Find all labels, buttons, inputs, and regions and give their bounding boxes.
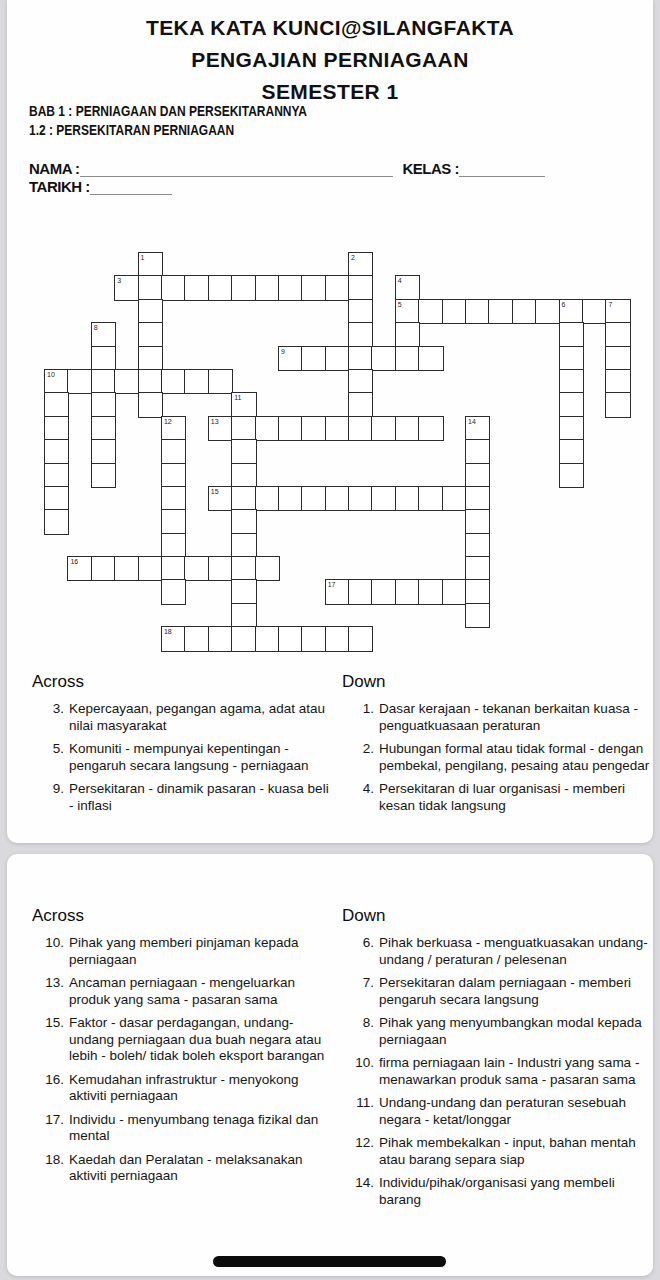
- grid-cell-r14c17[interactable]: [443, 580, 466, 603]
- clue-text: Undang-undang dan peraturan sesebuah neg…: [379, 1095, 650, 1128]
- grid-cell-r10c11[interactable]: [302, 487, 325, 510]
- grid-cell-r16c11[interactable]: [302, 627, 325, 650]
- grid-blank: [256, 510, 279, 533]
- grid-cell-r2c13[interactable]: [349, 300, 372, 323]
- grid-blank: [68, 253, 91, 276]
- grid-blank: [536, 464, 559, 487]
- grid-blank: [396, 464, 419, 487]
- grid-blank: [256, 300, 279, 323]
- grid-blank: [185, 580, 208, 603]
- grid-blank: [139, 534, 162, 557]
- grid-cell-r5c4[interactable]: [139, 370, 162, 393]
- down-clue-list: 6.Pihak berkuasa - menguatkuasakan undan…: [342, 935, 650, 1208]
- grid-blank: [68, 417, 91, 440]
- grid-cell-r3c2[interactable]: 8: [92, 323, 115, 346]
- grid-blank: [302, 440, 325, 463]
- grid-cell-r7c5[interactable]: 12: [162, 417, 185, 440]
- grid-cell-r2c4[interactable]: [139, 300, 162, 323]
- grid-blank: [279, 510, 302, 533]
- phone-screen: { "game": "crossword", "doc": { "title_l…: [0, 0, 660, 1280]
- grid-blank: [419, 464, 442, 487]
- grid-blank: [326, 323, 349, 346]
- grid-cell-r5c3[interactable]: [115, 370, 138, 393]
- grid-cell-r16c13[interactable]: [349, 627, 372, 650]
- grid-cell-r2c18[interactable]: [466, 300, 489, 323]
- grid-blank: [419, 534, 442, 557]
- grid-cell-r3c15[interactable]: [396, 323, 419, 346]
- grid-cell-r9c8[interactable]: [232, 464, 255, 487]
- cell-number: 13: [211, 418, 219, 425]
- grid-blank: [92, 510, 115, 533]
- grid-cell-r4c15[interactable]: [396, 347, 419, 370]
- grid-cell-r7c7[interactable]: 13: [209, 417, 232, 440]
- grid-cell-r2c21[interactable]: [536, 300, 559, 323]
- title-line-2: PENGAJIAN PERNIAGAAN: [7, 44, 653, 76]
- grid-blank: [560, 557, 583, 580]
- grid-cell-r4c16[interactable]: [419, 347, 442, 370]
- grid-blank: [513, 627, 536, 650]
- grid-cell-r5c24[interactable]: [606, 370, 629, 393]
- clue-item-3: 3.Kepercayaan, pegangan agama, adat atau…: [32, 701, 332, 734]
- grid-blank: [419, 370, 442, 393]
- grid-blank: [326, 464, 349, 487]
- grid-blank: [419, 440, 442, 463]
- grid-cell-r4c4[interactable]: [139, 347, 162, 370]
- grid-cell-r4c12[interactable]: [326, 347, 349, 370]
- grid-blank: [583, 417, 606, 440]
- grid-cell-r1c7[interactable]: [209, 276, 232, 299]
- grid-cell-r16c9[interactable]: [256, 627, 279, 650]
- grid-blank: [68, 323, 91, 346]
- grid-blank: [256, 323, 279, 346]
- grid-blank: [536, 323, 559, 346]
- grid-cell-r1c11[interactable]: [302, 276, 325, 299]
- grid-cell-r3c4[interactable]: [139, 323, 162, 346]
- grid-cell-r4c24[interactable]: [606, 347, 629, 370]
- grid-cell-r10c18[interactable]: [466, 487, 489, 510]
- grid-cell-r4c2[interactable]: [92, 347, 115, 370]
- grid-cell-r13c5[interactable]: [162, 557, 185, 580]
- grid-cell-r3c13[interactable]: [349, 323, 372, 346]
- grid-cell-r10c8[interactable]: [232, 487, 255, 510]
- across-clue-list: 3.Kepercayaan, pegangan agama, adat atau…: [32, 701, 332, 814]
- grid-cell-r16c8[interactable]: [232, 627, 255, 650]
- grid-blank: [279, 370, 302, 393]
- grid-cell-r10c12[interactable]: [326, 487, 349, 510]
- grid-cell-r10c13[interactable]: [349, 487, 372, 510]
- grid-cell-r8c8[interactable]: [232, 440, 255, 463]
- grid-cell-r10c5[interactable]: [162, 487, 185, 510]
- grid-blank: [326, 440, 349, 463]
- grid-blank: [560, 580, 583, 603]
- grid-blank: [302, 393, 325, 416]
- grid-cell-r6c22[interactable]: [560, 393, 583, 416]
- grid-cell-r13c8[interactable]: [232, 557, 255, 580]
- grid-blank: [68, 510, 91, 533]
- grid-cell-r1c8[interactable]: [232, 276, 255, 299]
- grid-blank: [583, 253, 606, 276]
- clue-text: Pihak berkuasa - menguatkuasakan undang-…: [379, 935, 650, 968]
- grid-blank: [419, 627, 442, 650]
- grid-cell-r16c6[interactable]: [185, 627, 208, 650]
- grid-blank: [583, 393, 606, 416]
- grid-cell-r2c17[interactable]: [443, 300, 466, 323]
- grid-cell-r14c18[interactable]: [466, 580, 489, 603]
- grid-cell-r2c22[interactable]: 6: [560, 300, 583, 323]
- grid-cell-r8c5[interactable]: [162, 440, 185, 463]
- grid-cell-r1c5[interactable]: [162, 276, 185, 299]
- down-clues-page2: Down 6.Pihak berkuasa - menguatkuasakan …: [342, 906, 650, 1215]
- clue-number: 5.: [32, 741, 69, 774]
- grid-cell-r10c10[interactable]: [279, 487, 302, 510]
- grid-blank: [92, 276, 115, 299]
- grid-blank: [489, 580, 512, 603]
- grid-blank: [68, 393, 91, 416]
- grid-cell-r14c14[interactable]: [372, 580, 395, 603]
- grid-cell-r7c11[interactable]: [302, 417, 325, 440]
- grid-blank: [302, 604, 325, 627]
- clue-text: Persekitaran - dinamik pasaran - kuasa b…: [69, 781, 332, 814]
- grid-cell-r13c3[interactable]: [115, 557, 138, 580]
- grid-blank: [279, 300, 302, 323]
- grid-cell-r13c6[interactable]: [185, 557, 208, 580]
- grid-blank: [536, 510, 559, 533]
- grid-cell-r13c4[interactable]: [139, 557, 162, 580]
- grid-cell-r3c22[interactable]: [560, 323, 583, 346]
- clue-item-14: 14.Individu/pihak/organisasi yang membel…: [342, 1175, 650, 1208]
- grid-cell-r8c18[interactable]: [466, 440, 489, 463]
- grid-cell-r13c18[interactable]: [466, 557, 489, 580]
- grid-cell-r3c24[interactable]: [606, 323, 629, 346]
- grid-blank: [209, 580, 232, 603]
- clue-item-11: 11.Undang-undang dan peraturan sesebuah …: [342, 1095, 650, 1128]
- grid-cell-r5c5[interactable]: [162, 370, 185, 393]
- grid-cell-r13c9[interactable]: [256, 557, 279, 580]
- grid-cell-r6c0[interactable]: [45, 393, 68, 416]
- grid-blank: [92, 534, 115, 557]
- grid-cell-r7c9[interactable]: [256, 417, 279, 440]
- grid-blank: [513, 534, 536, 557]
- gesture-nav-bar[interactable]: [213, 1256, 446, 1267]
- grid-blank: [279, 323, 302, 346]
- grid-blank: [68, 440, 91, 463]
- grid-cell-r4c22[interactable]: [560, 347, 583, 370]
- grid-cell-r7c15[interactable]: [396, 417, 419, 440]
- clue-number: 9.: [32, 781, 69, 814]
- grid-blank: [466, 276, 489, 299]
- grid-cell-r10c15[interactable]: [396, 487, 419, 510]
- grid-cell-r9c5[interactable]: [162, 464, 185, 487]
- clue-number: 18.: [32, 1152, 69, 1185]
- grid-cell-r10c9[interactable]: [256, 487, 279, 510]
- grid-cell-r12c18[interactable]: [466, 534, 489, 557]
- grid-blank: [256, 347, 279, 370]
- grid-blank: [443, 417, 466, 440]
- clue-text: Pihak membekalkan - input, bahan mentah …: [379, 1135, 650, 1168]
- grid-blank: [115, 440, 138, 463]
- grid-blank: [185, 347, 208, 370]
- clue-text: Hubungan formal atau tidak formal - deng…: [379, 741, 650, 774]
- cell-number: 1: [141, 254, 145, 261]
- grid-blank: [115, 510, 138, 533]
- grid-cell-r4c14[interactable]: [372, 347, 395, 370]
- grid-cell-r15c18[interactable]: [466, 604, 489, 627]
- grid-cell-r10c0[interactable]: [45, 487, 68, 510]
- grid-cell-r7c12[interactable]: [326, 417, 349, 440]
- grid-blank: [489, 604, 512, 627]
- grid-cell-r14c5[interactable]: [162, 580, 185, 603]
- grid-cell-r7c18[interactable]: 14: [466, 417, 489, 440]
- grid-cell-r2c19[interactable]: [489, 300, 512, 323]
- grid-cell-r7c16[interactable]: [419, 417, 442, 440]
- grid-cell-r16c12[interactable]: [326, 627, 349, 650]
- clue-text: Pihak yang menyumbangkan modal kepada pe…: [379, 1015, 650, 1048]
- grid-blank: [372, 370, 395, 393]
- grid-cell-r11c18[interactable]: [466, 510, 489, 533]
- grid-blank: [185, 534, 208, 557]
- clue-text: Persekitaran dalam perniagaan - memberi …: [379, 975, 650, 1008]
- grid-blank: [279, 534, 302, 557]
- clue-item-10: 10.firma perniagaan lain - Industri yang…: [342, 1055, 650, 1088]
- cell-number: 9: [281, 348, 285, 355]
- grid-blank: [513, 580, 536, 603]
- grid-blank: [372, 253, 395, 276]
- grid-cell-r5c7[interactable]: [209, 370, 232, 393]
- grid-blank: [279, 253, 302, 276]
- grid-blank: [372, 276, 395, 299]
- grid-blank: [536, 347, 559, 370]
- grid-cell-r5c2[interactable]: [92, 370, 115, 393]
- grid-cell-r4c11[interactable]: [302, 347, 325, 370]
- grid-blank: [232, 347, 255, 370]
- grid-blank: [606, 534, 629, 557]
- grid-cell-r5c22[interactable]: [560, 370, 583, 393]
- grid-blank: [45, 604, 68, 627]
- grid-blank: [443, 440, 466, 463]
- clue-text: Individu - menyumbang tenaga fizikal dan…: [69, 1112, 332, 1145]
- cell-number: 8: [94, 324, 98, 331]
- grid-cell-r11c5[interactable]: [162, 510, 185, 533]
- grid-cell-r2c15[interactable]: 5: [396, 300, 419, 323]
- grid-cell-r10c16[interactable]: [419, 487, 442, 510]
- grid-blank: [583, 487, 606, 510]
- grid-blank: [232, 323, 255, 346]
- grid-cell-r1c4[interactable]: [139, 276, 162, 299]
- grid-blank: [45, 557, 68, 580]
- grid-blank: [45, 276, 68, 299]
- grid-blank: [536, 440, 559, 463]
- grid-cell-r7c2[interactable]: [92, 417, 115, 440]
- grid-blank: [185, 300, 208, 323]
- grid-blank: [466, 253, 489, 276]
- grid-cell-r7c8[interactable]: [232, 417, 255, 440]
- grid-cell-r9c0[interactable]: [45, 464, 68, 487]
- grid-blank: [513, 557, 536, 580]
- grid-blank: [560, 253, 583, 276]
- cell-number: 16: [70, 558, 78, 565]
- grid-cell-r1c13[interactable]: [349, 276, 372, 299]
- grid-blank: [396, 370, 419, 393]
- grid-cell-r6c2[interactable]: [92, 393, 115, 416]
- grid-blank: [256, 534, 279, 557]
- grid-cell-r13c1[interactable]: 16: [68, 557, 91, 580]
- grid-blank: [185, 323, 208, 346]
- grid-cell-r9c2[interactable]: [92, 464, 115, 487]
- grid-blank: [139, 627, 162, 650]
- clue-item-1: 1.Dasar kerajaan - tekanan berkaitan kua…: [342, 701, 650, 734]
- grid-cell-r7c14[interactable]: [372, 417, 395, 440]
- grid-cell-r2c20[interactable]: [513, 300, 536, 323]
- grid-blank: [489, 253, 512, 276]
- grid-cell-r0c13[interactable]: 2: [349, 253, 372, 276]
- grid-blank: [139, 604, 162, 627]
- grid-cell-r2c23[interactable]: [583, 300, 606, 323]
- grid-cell-r1c10[interactable]: [279, 276, 302, 299]
- grid-blank: [162, 253, 185, 276]
- grid-cell-r16c7[interactable]: [209, 627, 232, 650]
- grid-cell-r10c7[interactable]: 15: [209, 487, 232, 510]
- grid-cell-r14c8[interactable]: [232, 580, 255, 603]
- grid-cell-r14c12[interactable]: 17: [326, 580, 349, 603]
- grid-cell-r14c16[interactable]: [419, 580, 442, 603]
- grid-cell-r16c5[interactable]: 18: [162, 627, 185, 650]
- cell-number: 6: [562, 301, 566, 308]
- grid-cell-r5c1[interactable]: [68, 370, 91, 393]
- clue-text: Ancaman perniagaan - mengeluarkan produk…: [69, 975, 332, 1008]
- grid-blank: [279, 557, 302, 580]
- grid-blank: [302, 300, 325, 323]
- grid-blank: [443, 604, 466, 627]
- grid-cell-r6c4[interactable]: [139, 393, 162, 416]
- grid-cell-r9c18[interactable]: [466, 464, 489, 487]
- title-block: TEKA KATA KUNCI@SILANGFAKTA PENGAJIAN PE…: [7, 12, 653, 108]
- grid-blank: [489, 323, 512, 346]
- grid-cell-r14c15[interactable]: [396, 580, 419, 603]
- grid-blank: [326, 300, 349, 323]
- grid-blank: [372, 464, 395, 487]
- grid-cell-r10c14[interactable]: [372, 487, 395, 510]
- grid-blank: [583, 347, 606, 370]
- grid-cell-r1c15[interactable]: 4: [396, 276, 419, 299]
- grid-blank: [92, 253, 115, 276]
- grid-blank: [68, 534, 91, 557]
- grid-blank: [68, 580, 91, 603]
- grid-cell-r16c10[interactable]: [279, 627, 302, 650]
- grid-blank: [489, 510, 512, 533]
- grid-blank: [489, 417, 512, 440]
- grid-cell-r1c3[interactable]: 3: [115, 276, 138, 299]
- grid-cell-r7c13[interactable]: [349, 417, 372, 440]
- grid-blank: [443, 534, 466, 557]
- grid-cell-r12c8[interactable]: [232, 534, 255, 557]
- grid-blank: [115, 393, 138, 416]
- grid-blank: [513, 347, 536, 370]
- clue-text: Komuniti - mempunyai kepentingan - penga…: [69, 741, 332, 774]
- grid-blank: [349, 464, 372, 487]
- grid-cell-r4c13[interactable]: [349, 347, 372, 370]
- cell-number: 10: [47, 371, 55, 378]
- grid-cell-r9c22[interactable]: [560, 464, 583, 487]
- grid-cell-r12c5[interactable]: [162, 534, 185, 557]
- grid-cell-r6c13[interactable]: [349, 393, 372, 416]
- cell-number: 11: [234, 394, 241, 401]
- grid-blank: [396, 604, 419, 627]
- grid-cell-r5c13[interactable]: [349, 370, 372, 393]
- grid-cell-r0c4[interactable]: 1: [139, 253, 162, 276]
- chapter-line-1: BAB 1 : PERNIAGAAN DAN PERSEKITARANNYA: [29, 102, 307, 121]
- grid-cell-r8c22[interactable]: [560, 440, 583, 463]
- across-clue-list: 10.Pihak yang memberi pinjaman kepada pe…: [32, 935, 332, 1185]
- grid-blank: [466, 323, 489, 346]
- grid-cell-r11c0[interactable]: [45, 510, 68, 533]
- clue-item-6: 6.Pihak berkuasa - menguatkuasakan undan…: [342, 935, 650, 968]
- grid-cell-r7c10[interactable]: [279, 417, 302, 440]
- grid-blank: [606, 580, 629, 603]
- grid-blank: [606, 464, 629, 487]
- grid-blank: [45, 347, 68, 370]
- date-row: TARIKH :: [29, 178, 172, 195]
- grid-blank: [419, 253, 442, 276]
- grid-cell-r1c9[interactable]: [256, 276, 279, 299]
- grid-blank: [560, 510, 583, 533]
- grid-blank: [139, 440, 162, 463]
- grid-cell-r4c10[interactable]: 9: [279, 347, 302, 370]
- kelas-blank-line: [459, 160, 545, 177]
- clue-number: 11.: [342, 1095, 379, 1128]
- grid-blank: [583, 510, 606, 533]
- grid-cell-r6c24[interactable]: [606, 393, 629, 416]
- grid-cell-r7c0[interactable]: [45, 417, 68, 440]
- grid-blank: [489, 276, 512, 299]
- grid-cell-r5c0[interactable]: 10: [45, 370, 68, 393]
- grid-blank: [396, 534, 419, 557]
- grid-blank: [536, 276, 559, 299]
- grid-cell-r2c16[interactable]: [419, 300, 442, 323]
- grid-cell-r14c13[interactable]: [349, 580, 372, 603]
- tarikh-blank-line: [90, 178, 172, 195]
- grid-blank: [536, 557, 559, 580]
- grid-blank: [443, 557, 466, 580]
- grid-blank: [583, 627, 606, 650]
- grid-cell-r8c0[interactable]: [45, 440, 68, 463]
- grid-cell-r2c24[interactable]: 7: [606, 300, 629, 323]
- grid-cell-r8c2[interactable]: [92, 440, 115, 463]
- grid-blank: [443, 276, 466, 299]
- grid-cell-r1c6[interactable]: [185, 276, 208, 299]
- grid-cell-r5c6[interactable]: [185, 370, 208, 393]
- grid-cell-r11c8[interactable]: [232, 510, 255, 533]
- grid-cell-r6c8[interactable]: 11: [232, 393, 255, 416]
- grid-blank: [536, 370, 559, 393]
- grid-cell-r13c7[interactable]: [209, 557, 232, 580]
- grid-cell-r15c8[interactable]: [232, 604, 255, 627]
- grid-blank: [162, 604, 185, 627]
- grid-blank: [372, 604, 395, 627]
- grid-cell-r7c22[interactable]: [560, 417, 583, 440]
- grid-cell-r13c2[interactable]: [92, 557, 115, 580]
- grid-blank: [256, 253, 279, 276]
- grid-blank: [115, 604, 138, 627]
- clue-number: 3.: [32, 701, 69, 734]
- cell-number: 7: [608, 301, 612, 308]
- grid-cell-r1c12[interactable]: [326, 276, 349, 299]
- grid-blank: [209, 393, 232, 416]
- grid-blank: [326, 370, 349, 393]
- grid-blank: [45, 627, 68, 650]
- grid-blank: [536, 253, 559, 276]
- grid-blank: [162, 323, 185, 346]
- grid-cell-r10c17[interactable]: [443, 487, 466, 510]
